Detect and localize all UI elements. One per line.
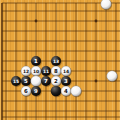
stone-black-plain[interactable] — [51, 86, 62, 98]
move-number: 12 — [23, 69, 29, 74]
move-number: 5 — [24, 78, 28, 84]
stone-black-5[interactable]: 5 — [21, 76, 32, 87]
stone-black-7[interactable]: 7 — [41, 76, 52, 87]
stone-white-14[interactable]: 14 — [61, 66, 72, 77]
stone-black-1[interactable]: 1 — [31, 56, 42, 67]
stone-white-10[interactable]: 10 — [31, 66, 42, 77]
stone-white-plain[interactable] — [31, 76, 42, 88]
go-kifu-diagram: 113121011814155723694 — [0, 0, 120, 120]
move-number: 9 — [34, 88, 38, 94]
move-number: 3 — [64, 78, 68, 84]
star-point — [95, 20, 98, 23]
go-board[interactable]: 113121011814155723694 — [0, 0, 120, 120]
move-number: 2 — [54, 78, 58, 84]
stone-white-6[interactable]: 6 — [21, 86, 32, 97]
stone-white-plain[interactable] — [101, 0, 112, 10]
move-number: 7 — [44, 78, 48, 84]
star-point — [35, 20, 38, 23]
move-number: 14 — [63, 69, 69, 74]
move-number: 10 — [33, 69, 39, 74]
move-number: 13 — [53, 59, 59, 64]
stone-white-4[interactable]: 4 — [61, 86, 72, 97]
stone-black-11[interactable]: 11 — [41, 66, 52, 77]
stone-white-2[interactable]: 2 — [51, 76, 62, 87]
move-number: 11 — [43, 69, 49, 74]
move-number: 4 — [64, 88, 68, 94]
stone-white-12[interactable]: 12 — [21, 66, 32, 77]
stone-black-15[interactable]: 15 — [11, 76, 22, 87]
move-number: 1 — [34, 58, 38, 64]
star-point — [95, 80, 98, 83]
move-number: 15 — [13, 79, 19, 84]
move-number: 6 — [24, 88, 28, 94]
move-number: 8 — [54, 68, 58, 74]
stone-black-13[interactable]: 13 — [51, 56, 62, 67]
stone-white-8[interactable]: 8 — [51, 66, 62, 77]
stone-white-plain[interactable] — [71, 86, 82, 98]
stone-black-9[interactable]: 9 — [31, 86, 42, 97]
stone-black-3[interactable]: 3 — [61, 76, 72, 87]
